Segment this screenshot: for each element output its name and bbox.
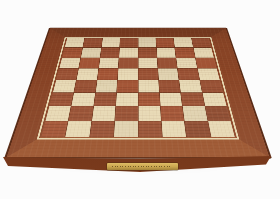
square-h6 [195, 58, 216, 68]
square-h4 [200, 80, 223, 92]
square-g5 [178, 69, 199, 80]
square-b5 [77, 69, 98, 80]
board-squares [41, 38, 234, 136]
square-h7 [193, 48, 213, 58]
square-g4 [179, 80, 201, 92]
square-c8 [102, 38, 120, 47]
square-e2 [138, 106, 161, 120]
square-h5 [198, 69, 220, 80]
square-c5 [97, 69, 118, 80]
square-a3 [49, 93, 73, 106]
square-c1 [90, 121, 115, 137]
square-a6 [59, 58, 80, 68]
square-f2 [161, 106, 185, 120]
square-a2 [45, 106, 70, 120]
square-e7 [138, 48, 157, 58]
square-g1 [185, 121, 211, 137]
square-g6 [176, 58, 197, 68]
square-f8 [156, 38, 174, 47]
square-b4 [74, 80, 96, 92]
square-a4 [53, 80, 76, 92]
square-b6 [79, 58, 100, 68]
square-b8 [83, 38, 102, 47]
square-f4 [159, 80, 181, 92]
square-h2 [205, 106, 230, 120]
square-d7 [119, 48, 138, 58]
square-d6 [119, 58, 138, 68]
square-d1 [114, 121, 138, 137]
square-b3 [72, 93, 95, 106]
square-b2 [69, 106, 94, 120]
square-a5 [56, 69, 78, 80]
square-d5 [118, 69, 138, 80]
square-h1 [208, 121, 235, 137]
square-c2 [92, 106, 116, 120]
brass-plaque [107, 163, 178, 170]
chess-board [4, 28, 272, 159]
square-e4 [138, 80, 159, 92]
square-h8 [192, 38, 212, 47]
square-f7 [157, 48, 176, 58]
square-g7 [175, 48, 195, 58]
square-a7 [62, 48, 82, 58]
square-d2 [115, 106, 138, 120]
square-a1 [41, 121, 68, 137]
square-c3 [94, 93, 117, 106]
square-f1 [162, 121, 187, 137]
square-c6 [99, 58, 119, 68]
square-h3 [202, 93, 226, 106]
square-e3 [138, 93, 160, 106]
square-g3 [181, 93, 204, 106]
square-d3 [116, 93, 138, 106]
square-a8 [65, 38, 85, 47]
square-g2 [183, 106, 208, 120]
square-e1 [138, 121, 162, 137]
square-d4 [117, 80, 138, 92]
square-g8 [174, 38, 193, 47]
square-f3 [160, 93, 183, 106]
square-e5 [138, 69, 158, 80]
square-b1 [66, 121, 92, 137]
product-photo [0, 0, 280, 199]
square-f5 [158, 69, 179, 80]
square-c4 [96, 80, 118, 92]
square-d8 [120, 38, 138, 47]
square-c7 [100, 48, 119, 58]
square-e6 [138, 58, 157, 68]
square-e8 [138, 38, 156, 47]
square-f6 [157, 58, 177, 68]
square-b7 [81, 48, 101, 58]
